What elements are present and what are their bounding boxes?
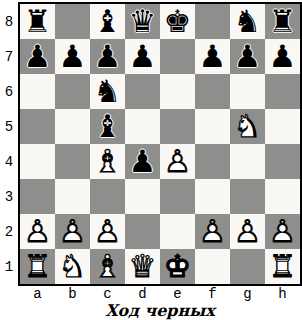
black-king-glyph: ♚ [160, 4, 195, 39]
square-c3[interactable] [90, 179, 125, 214]
white-rook[interactable]: ♜♖ [20, 249, 55, 284]
square-f1[interactable] [195, 249, 230, 284]
square-h6[interactable] [265, 74, 300, 109]
square-c8[interactable]: ♝ [90, 4, 125, 39]
file-label-c: c [90, 286, 125, 302]
black-pawn[interactable]: ♟ [55, 39, 90, 74]
square-a8[interactable]: ♜ [20, 4, 55, 39]
rank-label-1: 1 [0, 249, 18, 284]
square-g5[interactable]: ♞♘ [230, 109, 265, 144]
white-bishop-outline: ♗ [90, 144, 125, 179]
black-rook[interactable]: ♜ [265, 4, 300, 39]
square-b1[interactable]: ♞♘ [55, 249, 90, 284]
white-pawn[interactable]: ♟♙ [160, 144, 195, 179]
white-king[interactable]: ♚♔ [160, 249, 195, 284]
white-king-glyph: ♚ [160, 249, 195, 284]
square-e3[interactable] [160, 179, 195, 214]
white-rook-glyph: ♜ [265, 249, 300, 284]
white-king-outline: ♔ [160, 249, 195, 284]
chess-diagram: 87654321 ♜♝♛♚♞♜♟♟♟♟♟♟♟♞♝♞♘♝♗♟♟♙♟♙♟♙♟♙♟♙♟… [0, 0, 302, 320]
white-pawn-outline: ♙ [20, 214, 55, 249]
white-pawn[interactable]: ♟♙ [230, 214, 265, 249]
square-d5[interactable] [125, 109, 160, 144]
square-c6[interactable]: ♞ [90, 74, 125, 109]
white-knight-glyph: ♞ [230, 109, 265, 144]
black-bishop-glyph: ♝ [90, 4, 125, 39]
square-h3[interactable] [265, 179, 300, 214]
rank-label-3: 3 [0, 179, 18, 214]
black-pawn-glyph: ♟ [195, 39, 230, 74]
black-knight-glyph: ♞ [230, 4, 265, 39]
black-pawn-glyph: ♟ [125, 144, 160, 179]
square-f4[interactable] [195, 144, 230, 179]
square-e2[interactable] [160, 214, 195, 249]
square-g1[interactable] [230, 249, 265, 284]
white-pawn-glyph: ♟ [160, 144, 195, 179]
square-d1[interactable]: ♛♕ [125, 249, 160, 284]
black-queen[interactable]: ♛ [125, 4, 160, 39]
white-bishop-glyph: ♝ [90, 249, 125, 284]
square-h2[interactable]: ♟♙ [265, 214, 300, 249]
black-pawn-glyph: ♟ [265, 39, 300, 74]
black-knight[interactable]: ♞ [230, 4, 265, 39]
black-bishop[interactable]: ♝ [90, 4, 125, 39]
white-pawn-outline: ♙ [230, 214, 265, 249]
black-knight-glyph: ♞ [90, 74, 125, 109]
file-label-g: g [230, 286, 265, 302]
square-h1[interactable]: ♜♖ [265, 249, 300, 284]
square-a1[interactable]: ♜♖ [20, 249, 55, 284]
square-d4[interactable]: ♟ [125, 144, 160, 179]
white-rook[interactable]: ♜♖ [265, 249, 300, 284]
rank-label-2: 2 [0, 214, 18, 249]
file-label-a: a [20, 286, 55, 302]
square-c5[interactable]: ♝ [90, 109, 125, 144]
black-pawn-glyph: ♟ [90, 39, 125, 74]
rank-label-7: 7 [0, 39, 18, 74]
square-c2[interactable]: ♟♙ [90, 214, 125, 249]
white-knight[interactable]: ♞♘ [230, 109, 265, 144]
white-bishop-outline: ♗ [90, 249, 125, 284]
square-g2[interactable]: ♟♙ [230, 214, 265, 249]
square-b4[interactable] [55, 144, 90, 179]
black-king[interactable]: ♚ [160, 4, 195, 39]
black-pawn[interactable]: ♟ [125, 39, 160, 74]
white-knight-glyph: ♞ [55, 249, 90, 284]
white-knight[interactable]: ♞♘ [55, 249, 90, 284]
square-f6[interactable] [195, 74, 230, 109]
square-b8[interactable] [55, 4, 90, 39]
rank-label-8: 8 [0, 4, 18, 39]
black-pawn-glyph: ♟ [125, 39, 160, 74]
white-pawn[interactable]: ♟♙ [265, 214, 300, 249]
white-pawn-outline: ♙ [195, 214, 230, 249]
white-pawn[interactable]: ♟♙ [90, 214, 125, 249]
square-f2[interactable]: ♟♙ [195, 214, 230, 249]
white-pawn-outline: ♙ [90, 214, 125, 249]
square-g4[interactable] [230, 144, 265, 179]
square-a7[interactable]: ♟ [20, 39, 55, 74]
square-d6[interactable] [125, 74, 160, 109]
square-b7[interactable]: ♟ [55, 39, 90, 74]
white-pawn[interactable]: ♟♙ [195, 214, 230, 249]
white-pawn[interactable]: ♟♙ [55, 214, 90, 249]
black-bishop[interactable]: ♝ [90, 109, 125, 144]
square-g3[interactable] [230, 179, 265, 214]
white-bishop-glyph: ♝ [90, 144, 125, 179]
square-h4[interactable] [265, 144, 300, 179]
black-pawn-glyph: ♟ [55, 39, 90, 74]
white-pawn[interactable]: ♟♙ [20, 214, 55, 249]
white-queen-outline: ♕ [125, 249, 160, 284]
square-e6[interactable] [160, 74, 195, 109]
square-f8[interactable] [195, 4, 230, 39]
black-rook[interactable]: ♜ [20, 4, 55, 39]
black-pawn[interactable]: ♟ [230, 39, 265, 74]
white-pawn-glyph: ♟ [90, 214, 125, 249]
black-pawn-glyph: ♟ [230, 39, 265, 74]
white-bishop[interactable]: ♝♗ [90, 144, 125, 179]
square-g8[interactable]: ♞ [230, 4, 265, 39]
white-pawn-outline: ♙ [265, 214, 300, 249]
square-e1[interactable]: ♚♔ [160, 249, 195, 284]
square-g7[interactable]: ♟ [230, 39, 265, 74]
square-e4[interactable]: ♟♙ [160, 144, 195, 179]
side-to-move-caption: Ход черных [18, 301, 302, 320]
rank-label-6: 6 [0, 74, 18, 109]
square-a3[interactable] [20, 179, 55, 214]
square-a6[interactable] [20, 74, 55, 109]
black-pawn[interactable]: ♟ [90, 39, 125, 74]
black-bishop-glyph: ♝ [90, 109, 125, 144]
square-h5[interactable] [265, 109, 300, 144]
square-e5[interactable] [160, 109, 195, 144]
square-f5[interactable] [195, 109, 230, 144]
square-e8[interactable]: ♚ [160, 4, 195, 39]
white-pawn-glyph: ♟ [195, 214, 230, 249]
black-rook-glyph: ♜ [20, 4, 55, 39]
white-pawn-glyph: ♟ [230, 214, 265, 249]
square-f3[interactable] [195, 179, 230, 214]
white-knight-outline: ♘ [230, 109, 265, 144]
file-label-d: d [125, 286, 160, 302]
chess-board: ♜♝♛♚♞♜♟♟♟♟♟♟♟♞♝♞♘♝♗♟♟♙♟♙♟♙♟♙♟♙♟♙♟♙♜♖♞♘♝♗… [18, 2, 302, 286]
black-pawn[interactable]: ♟ [195, 39, 230, 74]
square-e7[interactable] [160, 39, 195, 74]
square-f7[interactable]: ♟ [195, 39, 230, 74]
square-d2[interactable] [125, 214, 160, 249]
square-h8[interactable]: ♜ [265, 4, 300, 39]
square-a5[interactable] [20, 109, 55, 144]
square-g6[interactable] [230, 74, 265, 109]
white-pawn-outline: ♙ [55, 214, 90, 249]
black-pawn[interactable]: ♟ [265, 39, 300, 74]
rank-label-5: 5 [0, 109, 18, 144]
square-b6[interactable] [55, 74, 90, 109]
black-pawn-glyph: ♟ [20, 39, 55, 74]
rank-labels: 87654321 [0, 4, 18, 284]
file-label-b: b [55, 286, 90, 302]
square-b2[interactable]: ♟♙ [55, 214, 90, 249]
white-rook-outline: ♖ [265, 249, 300, 284]
white-queen[interactable]: ♛♕ [125, 249, 160, 284]
white-knight-outline: ♘ [55, 249, 90, 284]
file-labels: abcdefgh [20, 286, 300, 302]
file-label-e: e [160, 286, 195, 302]
white-bishop[interactable]: ♝♗ [90, 249, 125, 284]
square-h7[interactable]: ♟ [265, 39, 300, 74]
square-c1[interactable]: ♝♗ [90, 249, 125, 284]
black-pawn[interactable]: ♟ [20, 39, 55, 74]
square-a2[interactable]: ♟♙ [20, 214, 55, 249]
black-rook-glyph: ♜ [265, 4, 300, 39]
file-label-h: h [265, 286, 300, 302]
square-b5[interactable] [55, 109, 90, 144]
square-d3[interactable] [125, 179, 160, 214]
white-queen-glyph: ♛ [125, 249, 160, 284]
white-pawn-outline: ♙ [160, 144, 195, 179]
black-queen-glyph: ♛ [125, 4, 160, 39]
white-pawn-glyph: ♟ [55, 214, 90, 249]
white-rook-glyph: ♜ [20, 249, 55, 284]
rank-label-4: 4 [0, 144, 18, 179]
square-c4[interactable]: ♝♗ [90, 144, 125, 179]
file-label-f: f [195, 286, 230, 302]
square-d7[interactable]: ♟ [125, 39, 160, 74]
white-pawn-glyph: ♟ [265, 214, 300, 249]
black-knight[interactable]: ♞ [90, 74, 125, 109]
white-pawn-glyph: ♟ [20, 214, 55, 249]
white-rook-outline: ♖ [20, 249, 55, 284]
black-pawn[interactable]: ♟ [125, 144, 160, 179]
square-b3[interactable] [55, 179, 90, 214]
square-d8[interactable]: ♛ [125, 4, 160, 39]
square-a4[interactable] [20, 144, 55, 179]
square-c7[interactable]: ♟ [90, 39, 125, 74]
